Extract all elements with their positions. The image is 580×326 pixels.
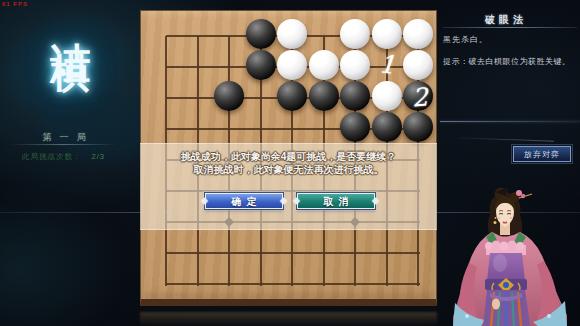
resign-button[interactable]: 放弃对弈 — [513, 146, 571, 162]
character-illustration — [440, 185, 580, 326]
puzzle-title: 破眼法 — [440, 13, 572, 27]
stone-black — [340, 112, 370, 142]
challenge-result-dialog: 挑战成功，此对象尚余4题可挑战，是否要继续？ 取消挑战时，此对象便无法再次进行挑… — [140, 143, 437, 230]
stone-black — [403, 112, 433, 142]
stone-white — [403, 50, 433, 80]
stone-white — [403, 19, 433, 49]
right-panel-divider — [440, 121, 580, 122]
confirm-button[interactable]: 确定 — [205, 193, 283, 209]
right-panel-divider — [458, 137, 554, 141]
stone-black — [277, 81, 307, 111]
cancel-button[interactable]: 取消 — [297, 193, 375, 209]
stone-white — [372, 81, 402, 111]
stone-black — [309, 81, 339, 111]
challenge-count-label: 此局挑战次数： — [22, 152, 82, 161]
stone-black — [214, 81, 244, 111]
stone-black — [372, 112, 402, 142]
stone-white — [340, 19, 370, 49]
stone-white — [277, 50, 307, 80]
grid-line — [166, 283, 420, 285]
stone-white — [340, 50, 370, 80]
stone-black — [246, 19, 276, 49]
game-title-calligraphy: 诘棋 — [44, 10, 99, 130]
game-screen: 61 FPS 诘棋 第一局 此局挑战次数：2/3 12 挑战成功，此对象尚余4题… — [0, 0, 580, 326]
stone-black — [246, 50, 276, 80]
stone-white — [372, 19, 402, 49]
left-panel-divider — [10, 144, 118, 145]
puzzle-hint: 提示：破去白棋眼位为获胜关键。 — [443, 56, 571, 67]
dialog-message-line1: 挑战成功，此对象尚余4题可挑战，是否要继续？ — [140, 150, 437, 164]
puzzle-objective: 黑先杀白。 — [443, 34, 488, 45]
challenge-count-value: 2/3 — [92, 152, 105, 161]
grid-line — [166, 252, 420, 254]
stone-white — [309, 50, 339, 80]
dialog-message-line2: 取消挑战时，此对象便无法再次进行挑战。 — [140, 163, 437, 177]
challenge-count: 此局挑战次数：2/3 — [22, 152, 105, 162]
fps-counter: 61 FPS — [2, 1, 28, 7]
stone-white — [277, 19, 307, 49]
stone-black — [403, 81, 433, 111]
board-reflection — [140, 312, 437, 326]
stone-black — [340, 81, 370, 111]
round-label: 第一局 — [14, 131, 122, 144]
right-panel-divider — [443, 27, 577, 28]
